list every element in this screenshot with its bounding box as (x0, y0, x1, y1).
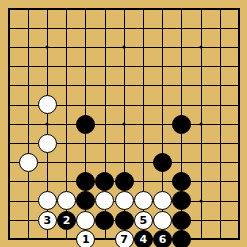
intersection (230, 0, 247, 19)
intersection (134, 134, 153, 153)
intersection: 2 (57, 210, 76, 229)
intersection (134, 38, 153, 57)
intersection (0, 134, 19, 153)
intersection (230, 57, 247, 76)
intersection (230, 38, 247, 57)
intersection (134, 153, 153, 172)
intersection (230, 153, 247, 172)
intersection (210, 57, 229, 76)
intersection (76, 172, 95, 191)
intersection (191, 210, 210, 229)
intersection (172, 0, 191, 19)
intersection (95, 76, 114, 95)
intersection (210, 0, 229, 19)
intersection (38, 19, 57, 38)
intersection (19, 0, 38, 19)
intersection (191, 153, 210, 172)
intersection (191, 19, 210, 38)
intersection (76, 76, 95, 95)
intersection (0, 115, 19, 134)
white-stone-move-7: 7 (115, 230, 134, 247)
intersection (172, 115, 191, 134)
intersection (134, 57, 153, 76)
intersection (95, 115, 114, 134)
intersection (230, 191, 247, 210)
black-stone (76, 115, 95, 134)
intersection (19, 115, 38, 134)
intersection (115, 95, 134, 114)
intersection (153, 57, 172, 76)
intersection (191, 134, 210, 153)
intersection (134, 115, 153, 134)
black-stone (172, 191, 191, 210)
black-stone (153, 153, 172, 172)
intersection (0, 0, 19, 19)
intersection (153, 95, 172, 114)
intersection (95, 230, 114, 247)
intersection (172, 19, 191, 38)
intersection (153, 0, 172, 19)
intersection (115, 57, 134, 76)
intersection (95, 38, 114, 57)
white-stone (134, 191, 153, 210)
intersection (57, 115, 76, 134)
intersection (19, 57, 38, 76)
intersection (95, 19, 114, 38)
intersection (210, 95, 229, 114)
intersection (172, 95, 191, 114)
intersection (76, 210, 95, 229)
intersection (76, 134, 95, 153)
intersection: 6 (153, 230, 172, 247)
intersection (230, 210, 247, 229)
intersection (210, 191, 229, 210)
intersection (19, 134, 38, 153)
black-stone (172, 211, 191, 230)
white-stone (38, 95, 57, 114)
intersection (57, 172, 76, 191)
intersection (76, 153, 95, 172)
intersection (191, 115, 210, 134)
intersection (57, 19, 76, 38)
intersection (19, 153, 38, 172)
intersection (95, 95, 114, 114)
intersection (115, 38, 134, 57)
intersection (57, 76, 76, 95)
intersection (76, 38, 95, 57)
intersection (172, 153, 191, 172)
intersection (230, 230, 247, 247)
intersection (172, 210, 191, 229)
intersection (134, 172, 153, 191)
black-stone (172, 230, 191, 247)
intersection (210, 230, 229, 247)
intersection (76, 57, 95, 76)
intersection (230, 76, 247, 95)
intersection (115, 172, 134, 191)
intersection (0, 57, 19, 76)
intersection (0, 210, 19, 229)
intersection: 4 (134, 230, 153, 247)
intersection (57, 57, 76, 76)
intersection (95, 153, 114, 172)
intersection (210, 153, 229, 172)
intersection (153, 38, 172, 57)
intersection (191, 38, 210, 57)
intersection (38, 230, 57, 247)
intersection (76, 19, 95, 38)
white-stone-move-5: 5 (134, 211, 153, 230)
intersection (38, 76, 57, 95)
intersection (38, 57, 57, 76)
black-stone (172, 172, 191, 191)
black-stone-move-6: 6 (153, 230, 172, 247)
intersection (0, 153, 19, 172)
intersection (19, 38, 38, 57)
intersection (191, 95, 210, 114)
white-stone (38, 134, 57, 153)
intersection (0, 76, 19, 95)
intersection (95, 134, 114, 153)
black-stone-move-2: 2 (57, 211, 76, 230)
intersection (191, 76, 210, 95)
intersection (172, 38, 191, 57)
white-stone (153, 211, 172, 230)
intersection (57, 95, 76, 114)
white-stone-move-1: 1 (76, 230, 95, 247)
intersection (19, 191, 38, 210)
intersection (191, 57, 210, 76)
go-board: 3251746 (0, 0, 247, 247)
intersection (95, 0, 114, 19)
intersection (57, 38, 76, 57)
black-stone (115, 172, 134, 191)
intersection (230, 115, 247, 134)
intersection (210, 210, 229, 229)
intersection (0, 95, 19, 114)
intersection (172, 57, 191, 76)
intersection (38, 38, 57, 57)
intersection (210, 172, 229, 191)
intersection (115, 191, 134, 210)
intersection (38, 115, 57, 134)
intersection (57, 153, 76, 172)
intersection (191, 230, 210, 247)
intersection: 7 (115, 230, 134, 247)
intersection (38, 0, 57, 19)
intersection (95, 57, 114, 76)
intersection (19, 76, 38, 95)
intersection (210, 19, 229, 38)
intersection (115, 76, 134, 95)
intersection (95, 210, 114, 229)
intersection (153, 153, 172, 172)
intersection (115, 134, 134, 153)
black-stone (172, 115, 191, 134)
intersection (38, 191, 57, 210)
intersection (191, 172, 210, 191)
intersection (76, 95, 95, 114)
intersection (134, 76, 153, 95)
intersection (191, 0, 210, 19)
intersection (210, 38, 229, 57)
white-stone (153, 191, 172, 210)
intersection (0, 19, 19, 38)
intersection (210, 134, 229, 153)
intersection (95, 191, 114, 210)
intersection (57, 191, 76, 210)
intersection (134, 95, 153, 114)
intersection (38, 95, 57, 114)
intersection (76, 115, 95, 134)
white-stone (38, 191, 57, 210)
intersection (19, 19, 38, 38)
intersection (172, 172, 191, 191)
intersection (19, 230, 38, 247)
intersection (19, 172, 38, 191)
intersection (210, 76, 229, 95)
intersection (38, 134, 57, 153)
intersection (57, 134, 76, 153)
black-stone (115, 211, 134, 230)
white-stone (19, 153, 38, 172)
intersection (95, 172, 114, 191)
white-stone (57, 191, 76, 210)
intersection (115, 19, 134, 38)
intersection (134, 19, 153, 38)
intersection (76, 0, 95, 19)
intersection: 5 (134, 210, 153, 229)
stone-grid: 3251746 (0, 0, 247, 247)
black-stone (95, 211, 114, 230)
intersection (76, 191, 95, 210)
intersection (153, 134, 172, 153)
intersection (172, 134, 191, 153)
intersection: 1 (76, 230, 95, 247)
intersection (38, 172, 57, 191)
intersection (230, 134, 247, 153)
black-stone (95, 172, 114, 191)
intersection (115, 115, 134, 134)
intersection (134, 0, 153, 19)
white-stone-move-3: 3 (38, 211, 57, 230)
intersection (38, 153, 57, 172)
intersection (57, 230, 76, 247)
intersection (172, 230, 191, 247)
intersection (57, 0, 76, 19)
intersection (153, 115, 172, 134)
white-stone (95, 191, 114, 210)
intersection (191, 191, 210, 210)
intersection: 3 (38, 210, 57, 229)
intersection (0, 172, 19, 191)
intersection (153, 76, 172, 95)
intersection (134, 191, 153, 210)
white-stone (76, 211, 95, 230)
black-stone (76, 172, 95, 191)
intersection (153, 19, 172, 38)
intersection (19, 95, 38, 114)
intersection (153, 172, 172, 191)
black-stone-move-4: 4 (134, 230, 153, 247)
intersection (115, 153, 134, 172)
intersection (0, 230, 19, 247)
white-stone (115, 191, 134, 210)
intersection (230, 95, 247, 114)
intersection (230, 172, 247, 191)
black-stone (76, 191, 95, 210)
intersection (153, 191, 172, 210)
intersection (210, 115, 229, 134)
intersection (19, 210, 38, 229)
intersection (172, 76, 191, 95)
intersection (0, 38, 19, 57)
intersection (0, 191, 19, 210)
intersection (172, 191, 191, 210)
intersection (230, 19, 247, 38)
intersection (153, 210, 172, 229)
intersection (115, 0, 134, 19)
intersection (115, 210, 134, 229)
